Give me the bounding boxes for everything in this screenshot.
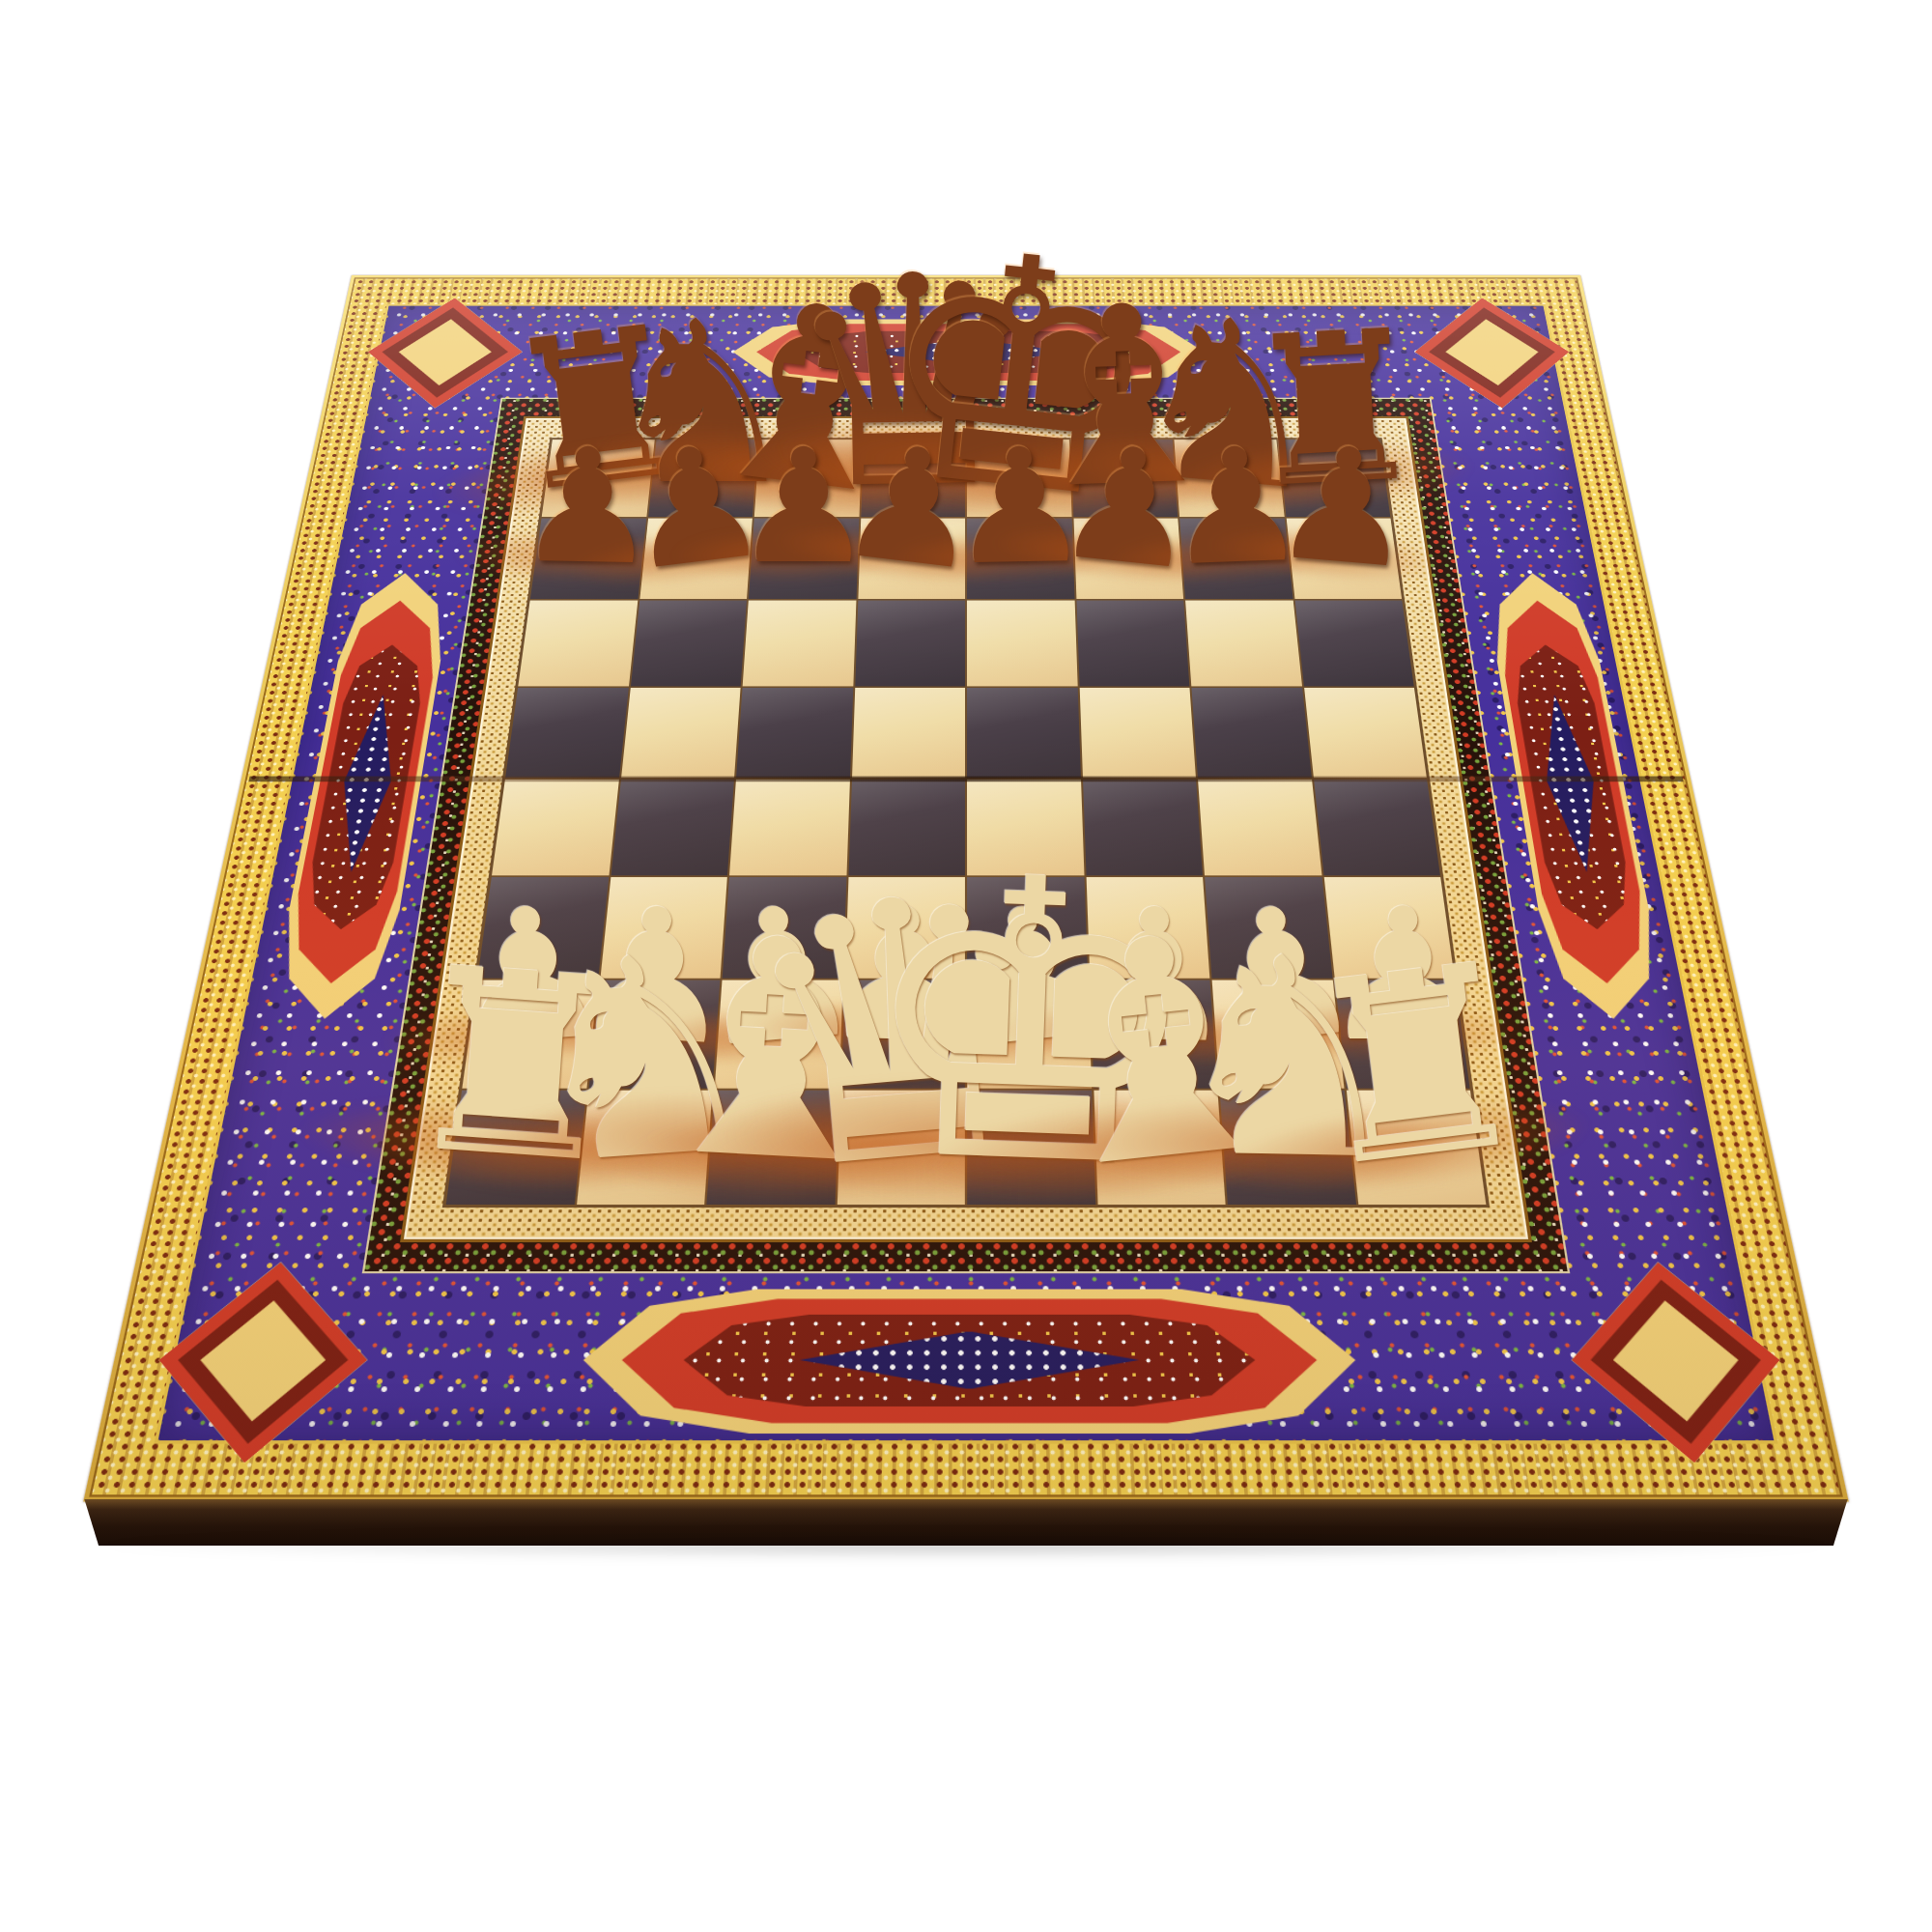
square-g4[interactable] [1198,780,1321,875]
piece-glyph: ♜ [1290,928,1545,1207]
square-h4[interactable] [1314,780,1440,875]
square-e6[interactable] [967,601,1077,687]
piece-glyph: ♟ [1267,422,1422,591]
square-d6[interactable] [855,601,965,687]
carpet-corner-motif [158,1262,367,1463]
square-g5[interactable] [1191,688,1311,779]
square-e5[interactable] [967,688,1080,779]
square-a5[interactable] [505,688,628,779]
square-b4[interactable] [611,780,734,875]
product-photo-scene: ♜♞♝♛♚♝♞♜♟♟♟♟♟♟♟♟♟♟♟♟♟♟♟♟♜♞♝♛♚♝♞♜ [0,0,1932,1932]
floor-shadow [68,1532,1864,1559]
fold-seam [248,777,1683,782]
piece-black-pawn-h7[interactable]: ♟ [1267,422,1422,591]
square-b6[interactable] [631,601,747,687]
square-c5[interactable] [736,688,853,779]
square-f5[interactable] [1079,688,1196,779]
square-f6[interactable] [1076,601,1189,687]
square-h5[interactable] [1304,688,1427,779]
square-b5[interactable] [621,688,741,779]
carpet-medallion-bottom [576,1290,1363,1434]
square-a4[interactable] [492,780,618,875]
piece-white-rook-h1[interactable]: ♜ [1290,928,1545,1207]
square-d5[interactable] [852,688,965,779]
square-c6[interactable] [743,601,856,687]
square-a6[interactable] [518,601,637,687]
square-g6[interactable] [1185,601,1301,687]
square-h6[interactable] [1294,601,1413,687]
carpet-corner-motif [1414,298,1569,408]
